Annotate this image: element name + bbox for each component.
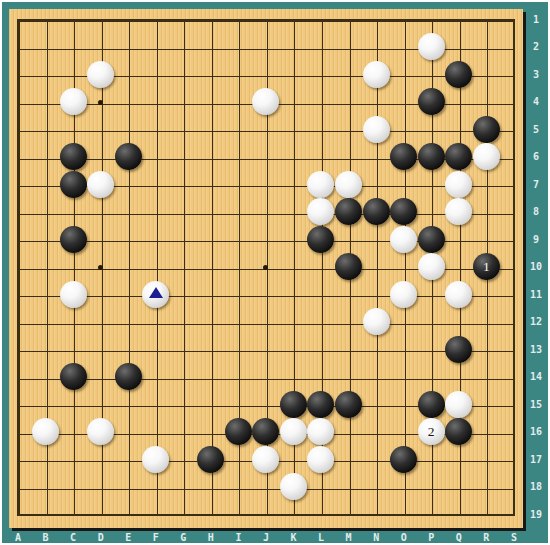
intersection-K3[interactable] <box>280 61 308 89</box>
intersection-D14[interactable] <box>87 363 115 391</box>
intersection-L1[interactable] <box>307 6 335 34</box>
intersection-J1[interactable] <box>252 6 280 34</box>
intersection-M19[interactable] <box>335 501 363 529</box>
intersection-G10[interactable] <box>169 253 197 281</box>
intersection-K7[interactable] <box>280 171 308 199</box>
intersection-R6[interactable] <box>473 143 501 171</box>
intersection-R8[interactable] <box>473 198 501 226</box>
intersection-J12[interactable] <box>252 308 280 336</box>
intersection-M14[interactable] <box>335 363 363 391</box>
intersection-J2[interactable] <box>252 33 280 61</box>
intersection-E2[interactable] <box>114 33 142 61</box>
intersection-A12[interactable] <box>4 308 32 336</box>
intersection-S14[interactable] <box>500 363 528 391</box>
intersection-F5[interactable] <box>142 116 170 144</box>
intersection-G2[interactable] <box>169 33 197 61</box>
intersection-F6[interactable] <box>142 143 170 171</box>
intersection-A1[interactable] <box>4 6 32 34</box>
intersection-I15[interactable] <box>225 391 253 419</box>
intersection-B18[interactable] <box>32 473 60 501</box>
intersection-D15[interactable] <box>87 391 115 419</box>
intersection-D6[interactable] <box>87 143 115 171</box>
intersection-H18[interactable] <box>197 473 225 501</box>
intersection-Q18[interactable] <box>445 473 473 501</box>
intersection-S19[interactable] <box>500 501 528 529</box>
intersection-G8[interactable] <box>169 198 197 226</box>
intersection-J8[interactable] <box>252 198 280 226</box>
intersection-K4[interactable] <box>280 88 308 116</box>
intersection-O3[interactable] <box>390 61 418 89</box>
intersection-Q2[interactable] <box>445 33 473 61</box>
intersection-J10[interactable] <box>252 253 280 281</box>
intersection-L3[interactable] <box>307 61 335 89</box>
intersection-F1[interactable] <box>142 6 170 34</box>
intersection-R3[interactable] <box>473 61 501 89</box>
intersection-C6[interactable] <box>59 143 87 171</box>
intersection-E16[interactable] <box>114 418 142 446</box>
intersection-E10[interactable] <box>114 253 142 281</box>
intersection-G16[interactable] <box>169 418 197 446</box>
intersection-L12[interactable] <box>307 308 335 336</box>
intersection-A5[interactable] <box>4 116 32 144</box>
intersection-R7[interactable] <box>473 171 501 199</box>
intersection-F15[interactable] <box>142 391 170 419</box>
intersection-L6[interactable] <box>307 143 335 171</box>
intersection-Q12[interactable] <box>445 308 473 336</box>
intersection-I7[interactable] <box>225 171 253 199</box>
intersection-M9[interactable] <box>335 226 363 254</box>
intersection-H17[interactable] <box>197 446 225 474</box>
intersection-O1[interactable] <box>390 6 418 34</box>
intersection-B16[interactable] <box>32 418 60 446</box>
intersection-M8[interactable] <box>335 198 363 226</box>
intersection-L16[interactable] <box>307 418 335 446</box>
intersection-J18[interactable] <box>252 473 280 501</box>
intersection-S2[interactable] <box>500 33 528 61</box>
intersection-G7[interactable] <box>169 171 197 199</box>
intersection-P2[interactable] <box>417 33 445 61</box>
intersection-D16[interactable] <box>87 418 115 446</box>
intersection-K5[interactable] <box>280 116 308 144</box>
intersection-O7[interactable] <box>390 171 418 199</box>
intersection-H7[interactable] <box>197 171 225 199</box>
intersection-N18[interactable] <box>362 473 390 501</box>
intersection-M5[interactable] <box>335 116 363 144</box>
intersection-Q11[interactable] <box>445 281 473 309</box>
intersection-O8[interactable] <box>390 198 418 226</box>
intersection-J15[interactable] <box>252 391 280 419</box>
intersection-N14[interactable] <box>362 363 390 391</box>
intersection-R13[interactable] <box>473 336 501 364</box>
intersection-B9[interactable] <box>32 226 60 254</box>
intersection-Q8[interactable] <box>445 198 473 226</box>
intersection-A15[interactable] <box>4 391 32 419</box>
intersection-S15[interactable] <box>500 391 528 419</box>
intersection-G4[interactable] <box>169 88 197 116</box>
intersection-N3[interactable] <box>362 61 390 89</box>
intersection-E19[interactable] <box>114 501 142 529</box>
intersection-O4[interactable] <box>390 88 418 116</box>
intersection-B3[interactable] <box>32 61 60 89</box>
intersection-E5[interactable] <box>114 116 142 144</box>
intersection-Q19[interactable] <box>445 501 473 529</box>
intersection-P6[interactable] <box>417 143 445 171</box>
intersection-A2[interactable] <box>4 33 32 61</box>
intersection-L11[interactable] <box>307 281 335 309</box>
intersection-K2[interactable] <box>280 33 308 61</box>
intersection-C2[interactable] <box>59 33 87 61</box>
intersection-K6[interactable] <box>280 143 308 171</box>
intersection-J7[interactable] <box>252 171 280 199</box>
intersection-D17[interactable] <box>87 446 115 474</box>
intersection-F18[interactable] <box>142 473 170 501</box>
intersection-I17[interactable] <box>225 446 253 474</box>
intersection-S4[interactable] <box>500 88 528 116</box>
intersection-G1[interactable] <box>169 6 197 34</box>
intersection-Q6[interactable] <box>445 143 473 171</box>
intersection-H3[interactable] <box>197 61 225 89</box>
intersection-G5[interactable] <box>169 116 197 144</box>
intersection-B4[interactable] <box>32 88 60 116</box>
intersection-P11[interactable] <box>417 281 445 309</box>
intersection-L8[interactable] <box>307 198 335 226</box>
intersection-H15[interactable] <box>197 391 225 419</box>
intersection-M10[interactable] <box>335 253 363 281</box>
intersection-M3[interactable] <box>335 61 363 89</box>
intersection-J4[interactable] <box>252 88 280 116</box>
intersection-C18[interactable] <box>59 473 87 501</box>
intersection-N2[interactable] <box>362 33 390 61</box>
intersection-F13[interactable] <box>142 336 170 364</box>
intersection-F12[interactable] <box>142 308 170 336</box>
intersection-B5[interactable] <box>32 116 60 144</box>
intersection-S3[interactable] <box>500 61 528 89</box>
intersection-S17[interactable] <box>500 446 528 474</box>
intersection-J9[interactable] <box>252 226 280 254</box>
intersection-B19[interactable] <box>32 501 60 529</box>
intersection-P3[interactable] <box>417 61 445 89</box>
intersection-I3[interactable] <box>225 61 253 89</box>
intersection-H10[interactable] <box>197 253 225 281</box>
intersection-B6[interactable] <box>32 143 60 171</box>
intersection-S5[interactable] <box>500 116 528 144</box>
intersection-R5[interactable] <box>473 116 501 144</box>
intersection-E15[interactable] <box>114 391 142 419</box>
intersection-K16[interactable] <box>280 418 308 446</box>
intersection-M6[interactable] <box>335 143 363 171</box>
intersection-M15[interactable] <box>335 391 363 419</box>
intersection-Q10[interactable] <box>445 253 473 281</box>
intersection-K18[interactable] <box>280 473 308 501</box>
intersection-H1[interactable] <box>197 6 225 34</box>
intersection-Q14[interactable] <box>445 363 473 391</box>
intersection-Q9[interactable] <box>445 226 473 254</box>
intersection-Q15[interactable] <box>445 391 473 419</box>
intersection-L19[interactable] <box>307 501 335 529</box>
intersection-F16[interactable] <box>142 418 170 446</box>
intersection-B2[interactable] <box>32 33 60 61</box>
intersection-B7[interactable] <box>32 171 60 199</box>
intersection-I16[interactable] <box>225 418 253 446</box>
intersection-R1[interactable] <box>473 6 501 34</box>
intersection-N4[interactable] <box>362 88 390 116</box>
intersection-C17[interactable] <box>59 446 87 474</box>
intersection-J19[interactable] <box>252 501 280 529</box>
intersection-F3[interactable] <box>142 61 170 89</box>
intersection-K13[interactable] <box>280 336 308 364</box>
intersection-C8[interactable] <box>59 198 87 226</box>
intersection-S8[interactable] <box>500 198 528 226</box>
intersection-J5[interactable] <box>252 116 280 144</box>
intersection-H6[interactable] <box>197 143 225 171</box>
intersection-F8[interactable] <box>142 198 170 226</box>
intersection-L4[interactable] <box>307 88 335 116</box>
intersection-G14[interactable] <box>169 363 197 391</box>
intersection-G15[interactable] <box>169 391 197 419</box>
intersection-A8[interactable] <box>4 198 32 226</box>
intersection-I8[interactable] <box>225 198 253 226</box>
intersection-O9[interactable] <box>390 226 418 254</box>
intersection-I14[interactable] <box>225 363 253 391</box>
intersection-R4[interactable] <box>473 88 501 116</box>
intersection-R2[interactable] <box>473 33 501 61</box>
intersection-H2[interactable] <box>197 33 225 61</box>
intersection-R16[interactable] <box>473 418 501 446</box>
intersection-G6[interactable] <box>169 143 197 171</box>
intersection-O5[interactable] <box>390 116 418 144</box>
intersection-P10[interactable] <box>417 253 445 281</box>
intersection-E11[interactable] <box>114 281 142 309</box>
intersection-J3[interactable] <box>252 61 280 89</box>
intersection-E17[interactable] <box>114 446 142 474</box>
intersection-I11[interactable] <box>225 281 253 309</box>
intersection-N19[interactable] <box>362 501 390 529</box>
intersection-C1[interactable] <box>59 6 87 34</box>
intersection-F4[interactable] <box>142 88 170 116</box>
intersection-L10[interactable] <box>307 253 335 281</box>
intersection-F14[interactable] <box>142 363 170 391</box>
intersection-N12[interactable] <box>362 308 390 336</box>
intersection-H11[interactable] <box>197 281 225 309</box>
intersection-L15[interactable] <box>307 391 335 419</box>
intersection-M2[interactable] <box>335 33 363 61</box>
intersection-J17[interactable] <box>252 446 280 474</box>
intersection-K17[interactable] <box>280 446 308 474</box>
intersection-A14[interactable] <box>4 363 32 391</box>
intersection-L13[interactable] <box>307 336 335 364</box>
intersection-N1[interactable] <box>362 6 390 34</box>
intersection-I6[interactable] <box>225 143 253 171</box>
intersection-E13[interactable] <box>114 336 142 364</box>
intersection-G19[interactable] <box>169 501 197 529</box>
intersection-M4[interactable] <box>335 88 363 116</box>
intersection-M12[interactable] <box>335 308 363 336</box>
intersection-L18[interactable] <box>307 473 335 501</box>
intersection-S16[interactable] <box>500 418 528 446</box>
intersection-G13[interactable] <box>169 336 197 364</box>
intersection-D11[interactable] <box>87 281 115 309</box>
intersection-M11[interactable] <box>335 281 363 309</box>
intersection-D4[interactable] <box>87 88 115 116</box>
intersection-J13[interactable] <box>252 336 280 364</box>
intersection-P13[interactable] <box>417 336 445 364</box>
intersection-R18[interactable] <box>473 473 501 501</box>
intersection-R14[interactable] <box>473 363 501 391</box>
intersection-B15[interactable] <box>32 391 60 419</box>
intersection-C12[interactable] <box>59 308 87 336</box>
intersection-K9[interactable] <box>280 226 308 254</box>
intersection-N7[interactable] <box>362 171 390 199</box>
intersection-A16[interactable] <box>4 418 32 446</box>
intersection-C19[interactable] <box>59 501 87 529</box>
intersection-D5[interactable] <box>87 116 115 144</box>
intersection-G11[interactable] <box>169 281 197 309</box>
intersection-S12[interactable] <box>500 308 528 336</box>
intersection-E1[interactable] <box>114 6 142 34</box>
intersection-K8[interactable] <box>280 198 308 226</box>
intersection-S18[interactable] <box>500 473 528 501</box>
intersection-L2[interactable] <box>307 33 335 61</box>
intersection-E6[interactable] <box>114 143 142 171</box>
intersection-P4[interactable] <box>417 88 445 116</box>
intersection-F9[interactable] <box>142 226 170 254</box>
intersection-Q4[interactable] <box>445 88 473 116</box>
intersection-R15[interactable] <box>473 391 501 419</box>
intersection-A9[interactable] <box>4 226 32 254</box>
intersection-I5[interactable] <box>225 116 253 144</box>
intersection-C16[interactable] <box>59 418 87 446</box>
intersection-I18[interactable] <box>225 473 253 501</box>
intersection-O2[interactable] <box>390 33 418 61</box>
intersection-A19[interactable] <box>4 501 32 529</box>
intersection-S13[interactable] <box>500 336 528 364</box>
intersection-I19[interactable] <box>225 501 253 529</box>
intersection-N10[interactable] <box>362 253 390 281</box>
intersection-P17[interactable] <box>417 446 445 474</box>
intersection-B17[interactable] <box>32 446 60 474</box>
intersection-H12[interactable] <box>197 308 225 336</box>
intersection-R19[interactable] <box>473 501 501 529</box>
intersection-D10[interactable] <box>87 253 115 281</box>
intersection-M7[interactable] <box>335 171 363 199</box>
intersection-N17[interactable] <box>362 446 390 474</box>
intersection-P12[interactable] <box>417 308 445 336</box>
intersection-O13[interactable] <box>390 336 418 364</box>
intersection-Q17[interactable] <box>445 446 473 474</box>
intersection-Q1[interactable] <box>445 6 473 34</box>
intersection-I1[interactable] <box>225 6 253 34</box>
intersection-B11[interactable] <box>32 281 60 309</box>
intersection-B12[interactable] <box>32 308 60 336</box>
intersection-G12[interactable] <box>169 308 197 336</box>
intersection-D2[interactable] <box>87 33 115 61</box>
intersection-K11[interactable] <box>280 281 308 309</box>
intersection-R11[interactable] <box>473 281 501 309</box>
intersection-H5[interactable] <box>197 116 225 144</box>
intersection-O6[interactable] <box>390 143 418 171</box>
intersection-G17[interactable] <box>169 446 197 474</box>
intersection-Q16[interactable] <box>445 418 473 446</box>
intersection-I4[interactable] <box>225 88 253 116</box>
intersection-K12[interactable] <box>280 308 308 336</box>
intersection-A7[interactable] <box>4 171 32 199</box>
intersection-N8[interactable] <box>362 198 390 226</box>
intersection-P18[interactable] <box>417 473 445 501</box>
intersection-P19[interactable] <box>417 501 445 529</box>
intersection-S9[interactable] <box>500 226 528 254</box>
intersection-E18[interactable] <box>114 473 142 501</box>
intersection-R17[interactable] <box>473 446 501 474</box>
intersection-C5[interactable] <box>59 116 87 144</box>
intersection-A18[interactable] <box>4 473 32 501</box>
intersection-H4[interactable] <box>197 88 225 116</box>
intersection-M17[interactable] <box>335 446 363 474</box>
intersection-I12[interactable] <box>225 308 253 336</box>
intersection-C9[interactable] <box>59 226 87 254</box>
intersection-S11[interactable] <box>500 281 528 309</box>
intersection-O17[interactable] <box>390 446 418 474</box>
intersection-N11[interactable] <box>362 281 390 309</box>
intersection-D19[interactable] <box>87 501 115 529</box>
intersection-I2[interactable] <box>225 33 253 61</box>
intersection-O10[interactable] <box>390 253 418 281</box>
intersection-G18[interactable] <box>169 473 197 501</box>
intersection-N15[interactable] <box>362 391 390 419</box>
intersection-C14[interactable] <box>59 363 87 391</box>
intersection-I10[interactable] <box>225 253 253 281</box>
intersection-O11[interactable] <box>390 281 418 309</box>
intersection-R10[interactable]: 1 <box>473 253 501 281</box>
intersection-D9[interactable] <box>87 226 115 254</box>
intersection-O15[interactable] <box>390 391 418 419</box>
intersection-F10[interactable] <box>142 253 170 281</box>
intersection-J14[interactable] <box>252 363 280 391</box>
intersection-O18[interactable] <box>390 473 418 501</box>
intersection-D12[interactable] <box>87 308 115 336</box>
intersection-O14[interactable] <box>390 363 418 391</box>
intersection-C3[interactable] <box>59 61 87 89</box>
intersection-C7[interactable] <box>59 171 87 199</box>
intersection-P16[interactable]: 2 <box>417 418 445 446</box>
intersection-K1[interactable] <box>280 6 308 34</box>
intersection-P14[interactable] <box>417 363 445 391</box>
intersection-L17[interactable] <box>307 446 335 474</box>
intersection-J6[interactable] <box>252 143 280 171</box>
intersection-H16[interactable] <box>197 418 225 446</box>
intersection-S1[interactable] <box>500 6 528 34</box>
intersection-L14[interactable] <box>307 363 335 391</box>
intersection-D8[interactable] <box>87 198 115 226</box>
intersection-K15[interactable] <box>280 391 308 419</box>
intersection-N6[interactable] <box>362 143 390 171</box>
intersection-F17[interactable] <box>142 446 170 474</box>
intersection-P9[interactable] <box>417 226 445 254</box>
intersection-Q7[interactable] <box>445 171 473 199</box>
intersection-J11[interactable] <box>252 281 280 309</box>
intersection-L9[interactable] <box>307 226 335 254</box>
intersection-O19[interactable] <box>390 501 418 529</box>
intersection-M13[interactable] <box>335 336 363 364</box>
intersection-L5[interactable] <box>307 116 335 144</box>
intersection-H13[interactable] <box>197 336 225 364</box>
intersection-S10[interactable] <box>500 253 528 281</box>
intersection-R9[interactable] <box>473 226 501 254</box>
intersection-P15[interactable] <box>417 391 445 419</box>
intersection-Q5[interactable] <box>445 116 473 144</box>
intersection-C10[interactable] <box>59 253 87 281</box>
intersection-P8[interactable] <box>417 198 445 226</box>
intersection-H8[interactable] <box>197 198 225 226</box>
